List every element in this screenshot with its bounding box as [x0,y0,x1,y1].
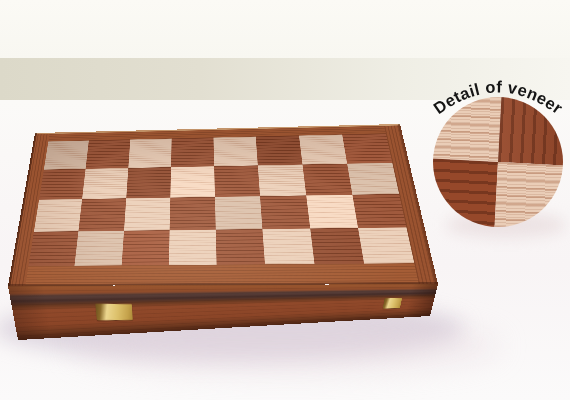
veneer-square [126,167,171,198]
veneer-square [215,196,263,229]
veneer-square [121,230,169,265]
veneer-square [39,169,86,200]
veneer-square [352,194,406,228]
veneer-square [34,199,82,232]
veneer-square [302,164,352,196]
veneer-square [169,230,217,265]
veneer-square [82,168,128,199]
background-top [0,0,570,58]
product-photo-scene: Detail of veneer [0,0,570,400]
veneer-square [347,163,399,195]
veneer-square [256,136,302,166]
veneer-square [258,165,306,197]
brass-clasp-right [383,298,402,308]
veneer-square [214,165,260,196]
veneer-square [213,137,257,167]
veneer-detail-inset [433,97,563,227]
veneer-square [260,195,310,229]
background-band [0,58,570,100]
veneer-square [170,166,215,197]
veneer-square [358,227,414,263]
veneer-square [299,135,347,165]
case-lid-top [8,124,438,286]
veneer-square [75,231,124,266]
veneer-square [306,195,358,229]
veneer-square [44,140,89,169]
veneer-square [86,140,130,169]
veneer-square [310,228,364,264]
veneer-square [342,133,392,163]
veneer-square [28,231,78,266]
veneer-square [128,139,171,168]
chessboard-veneer-field [28,133,414,266]
veneer-square [124,198,170,231]
veneer-square [169,197,215,230]
veneer-square [79,198,126,231]
veneer-quadrants [433,97,563,227]
brass-clasp-left [95,304,132,321]
veneer-square [216,229,265,265]
veneer-square [263,228,315,264]
veneer-square [171,138,214,168]
